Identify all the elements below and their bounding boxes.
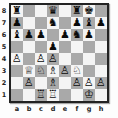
square-a8[interactable]: ♜ (11, 5, 23, 17)
square-g7[interactable]: ♝ (83, 17, 95, 29)
file-label-b: b (23, 105, 35, 114)
square-b7[interactable] (23, 17, 35, 29)
white-pawn: ♙ (36, 53, 46, 65)
white-pawn: ♙ (48, 53, 58, 65)
square-h6[interactable] (95, 29, 107, 41)
square-d1[interactable]: ♖ (47, 89, 59, 101)
black-pawn: ♟ (24, 29, 34, 41)
square-f6[interactable]: ♞ (71, 29, 83, 41)
square-b2[interactable]: ♙ (23, 77, 35, 89)
square-d5[interactable]: ♟ (47, 41, 59, 53)
white-knight: ♘ (72, 65, 82, 77)
square-e4[interactable] (59, 53, 71, 65)
square-f2[interactable]: ♙ (71, 77, 83, 89)
black-pawn: ♟ (96, 17, 106, 29)
square-g4[interactable] (83, 53, 95, 65)
square-c5[interactable] (35, 41, 47, 53)
white-king: ♔ (84, 89, 94, 101)
square-g8[interactable]: ♚ (83, 5, 95, 17)
square-e1[interactable] (59, 89, 71, 101)
square-d7[interactable]: ♞ (47, 17, 59, 29)
square-d3[interactable]: ♗ (47, 65, 59, 77)
black-knight: ♞ (48, 17, 58, 29)
square-e8[interactable] (59, 5, 71, 17)
chess-diagram: ♜♛♜♚♟♞♟♝♟♝♟♟♟♞♟♟♙♙♙♕♘♗♙♘♙♗♙♙♙♖♖♔ 8765432… (0, 0, 118, 118)
square-b1[interactable] (23, 89, 35, 101)
rank-label-1: 1 (0, 89, 8, 101)
square-a4[interactable]: ♙ (11, 53, 23, 65)
square-h7[interactable]: ♟ (95, 17, 107, 29)
square-e2[interactable] (59, 77, 71, 89)
square-g6[interactable]: ♟ (83, 29, 95, 41)
file-label-f: f (71, 105, 83, 114)
rank-label-2: 2 (0, 77, 8, 89)
black-pawn: ♟ (72, 17, 82, 29)
white-rook: ♖ (48, 89, 58, 101)
square-e3[interactable]: ♙ (59, 65, 71, 77)
square-a7[interactable]: ♟ (11, 17, 23, 29)
square-b6[interactable]: ♟ (23, 29, 35, 41)
black-pawn: ♟ (60, 29, 70, 41)
square-g3[interactable] (83, 65, 95, 77)
square-f7[interactable]: ♟ (71, 17, 83, 29)
rank-label-6: 6 (0, 29, 8, 41)
white-pawn: ♙ (60, 65, 70, 77)
square-d8[interactable]: ♛ (47, 5, 59, 17)
square-c3[interactable]: ♘ (35, 65, 47, 77)
square-e7[interactable] (59, 17, 71, 29)
square-a5[interactable] (11, 41, 23, 53)
white-bishop: ♗ (48, 65, 58, 77)
square-h8[interactable] (95, 5, 107, 17)
square-c2[interactable] (35, 77, 47, 89)
square-h3[interactable] (95, 65, 107, 77)
white-pawn: ♙ (24, 77, 34, 89)
black-pawn: ♟ (36, 29, 46, 41)
square-g5[interactable] (83, 41, 95, 53)
black-rook: ♜ (72, 5, 82, 17)
square-b8[interactable] (23, 5, 35, 17)
file-label-g: g (83, 105, 95, 114)
white-knight: ♘ (36, 65, 46, 77)
square-f8[interactable]: ♜ (71, 5, 83, 17)
square-b3[interactable]: ♕ (23, 65, 35, 77)
rank-label-4: 4 (0, 53, 8, 65)
white-pawn: ♙ (84, 77, 94, 89)
square-g2[interactable]: ♙ (83, 77, 95, 89)
square-a2[interactable] (11, 77, 23, 89)
square-d4[interactable]: ♙ (47, 53, 59, 65)
black-bishop: ♝ (12, 29, 22, 41)
square-d2[interactable]: ♗ (47, 77, 59, 89)
file-label-e: e (59, 105, 71, 114)
square-b5[interactable] (23, 41, 35, 53)
black-rook: ♜ (12, 5, 22, 17)
rank-label-5: 5 (0, 41, 8, 53)
square-f1[interactable] (71, 89, 83, 101)
square-f4[interactable] (71, 53, 83, 65)
rank-label-8: 8 (0, 5, 8, 17)
square-g1[interactable]: ♔ (83, 89, 95, 101)
black-king: ♚ (84, 5, 94, 17)
black-bishop: ♝ (84, 17, 94, 29)
square-a6[interactable]: ♝ (11, 29, 23, 41)
square-h4[interactable] (95, 53, 107, 65)
white-pawn: ♙ (96, 77, 106, 89)
white-bishop: ♗ (48, 77, 58, 89)
square-c1[interactable]: ♖ (35, 89, 47, 101)
square-f5[interactable] (71, 41, 83, 53)
file-label-h: h (95, 105, 107, 114)
file-label-a: a (11, 105, 23, 114)
file-label-d: d (47, 105, 59, 114)
white-queen: ♕ (24, 65, 34, 77)
white-rook: ♖ (36, 89, 46, 101)
white-pawn: ♙ (12, 53, 22, 65)
square-d6[interactable] (47, 29, 59, 41)
square-c4[interactable]: ♙ (35, 53, 47, 65)
square-c6[interactable]: ♟ (35, 29, 47, 41)
square-c8[interactable] (35, 5, 47, 17)
black-pawn: ♟ (12, 17, 22, 29)
black-pawn: ♟ (48, 41, 58, 53)
rank-label-3: 3 (0, 65, 8, 77)
rank-label-7: 7 (0, 17, 8, 29)
square-a1[interactable] (11, 89, 23, 101)
square-f3[interactable]: ♘ (71, 65, 83, 77)
square-c7[interactable] (35, 17, 47, 29)
file-label-c: c (35, 105, 47, 114)
square-a3[interactable] (11, 65, 23, 77)
square-e6[interactable]: ♟ (59, 29, 71, 41)
square-e5[interactable] (59, 41, 71, 53)
square-h1[interactable] (95, 89, 107, 101)
square-b4[interactable] (23, 53, 35, 65)
white-pawn: ♙ (72, 77, 82, 89)
square-h2[interactable]: ♙ (95, 77, 107, 89)
square-h5[interactable] (95, 41, 107, 53)
black-knight: ♞ (72, 29, 82, 41)
black-pawn: ♟ (84, 29, 94, 41)
chess-board: ♜♛♜♚♟♞♟♝♟♝♟♟♟♞♟♟♙♙♙♕♘♗♙♘♙♗♙♙♙♖♖♔ (9, 3, 109, 103)
black-queen: ♛ (48, 5, 58, 17)
